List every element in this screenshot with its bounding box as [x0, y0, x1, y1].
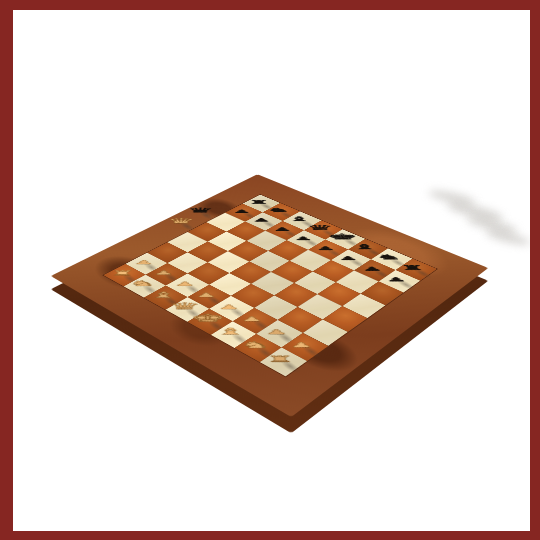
- square-h7: ♟: [378, 270, 420, 293]
- square-h3: [302, 319, 348, 346]
- piece-shadow: [407, 264, 440, 282]
- piece-shadow: [178, 280, 208, 299]
- square-a2: ♟: [126, 253, 167, 275]
- piece-shadow: [390, 276, 423, 295]
- chess-board: ♜♞♝♛♚♝♞♜♟♟♟♟♟♟♟♟♟♟♟♟♟♟♟♟♜♞♝♛♚♝♞♜ ♛♛: [51, 174, 489, 417]
- chess-scene: ♜♞♝♛♚♝♞♜♟♟♟♟♟♟♟♟♟♟♟♟♟♟♟♟♜♞♝♛♚♝♞♜ ♛♛: [0, 0, 540, 540]
- piece-shadow: [273, 355, 308, 379]
- product-photo: ♜♞♝♛♚♝♞♜♟♟♟♟♟♟♟♟♟♟♟♟♟♟♟♟♜♞♝♛♚♝♞♜ ♛♛: [0, 0, 540, 540]
- piece-shadow: [193, 208, 220, 223]
